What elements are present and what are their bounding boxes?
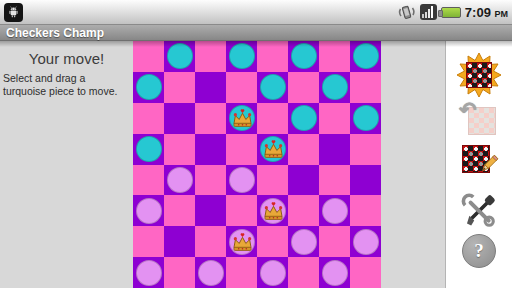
square-h1 [350,257,381,288]
violet-man[interactable] [229,167,255,193]
square-a3[interactable] [133,195,164,226]
turn-instructions: Select and drag a turquoise piece to mov… [3,72,123,98]
turquoise-man[interactable] [136,136,162,162]
settings-button[interactable] [461,193,497,229]
signal-strength-icon [420,4,437,20]
turquoise-man[interactable] [353,43,379,69]
square-d3 [226,195,257,226]
square-d2[interactable] [226,226,257,257]
violet-king[interactable] [260,198,286,224]
violet-man[interactable] [260,260,286,286]
square-h6[interactable] [350,103,381,134]
square-b8[interactable] [164,41,195,72]
tools-icon [461,193,497,229]
square-h4[interactable] [350,165,381,196]
edit-board-button[interactable] [461,140,497,176]
square-f4[interactable] [288,165,319,196]
square-c4 [195,165,226,196]
violet-man[interactable] [291,229,317,255]
square-e4 [257,165,288,196]
square-g3[interactable] [319,195,350,226]
square-g8 [319,41,350,72]
square-f3 [288,195,319,226]
question-mark-glyph: ? [474,240,484,262]
pencil-icon [478,153,500,175]
status-bar-right: 7:09 PM [397,4,508,21]
turquoise-king[interactable] [229,105,255,131]
turquoise-man[interactable] [353,105,379,131]
violet-king[interactable] [229,229,255,255]
square-b4[interactable] [164,165,195,196]
usb-debug-icon [4,3,23,22]
clock-time: 7:09 [465,5,491,20]
turquoise-king[interactable] [260,136,286,162]
square-c7[interactable] [195,72,226,103]
square-e7[interactable] [257,72,288,103]
violet-man[interactable] [198,260,224,286]
square-g6 [319,103,350,134]
turquoise-man[interactable] [229,43,255,69]
square-g2 [319,226,350,257]
square-b2[interactable] [164,226,195,257]
content-area: Your move! Select and drag a turquoise p… [0,41,512,288]
square-c6 [195,103,226,134]
square-f2[interactable] [288,226,319,257]
violet-man[interactable] [322,260,348,286]
clock-meridiem: PM [495,9,509,19]
square-e5[interactable] [257,134,288,165]
new-game-checkerboard-icon [466,62,492,88]
square-f6[interactable] [288,103,319,134]
square-h8[interactable] [350,41,381,72]
square-b7 [164,72,195,103]
square-c2 [195,226,226,257]
violet-man[interactable] [322,198,348,224]
square-b5 [164,134,195,165]
square-g5[interactable] [319,134,350,165]
undo-arrow-icon: ↶ [459,98,477,122]
square-h7 [350,72,381,103]
board [133,41,381,288]
square-a6 [133,103,164,134]
square-f5 [288,134,319,165]
square-h2[interactable] [350,226,381,257]
status-bar: 7:09 PM [0,0,512,25]
turquoise-man[interactable] [167,43,193,69]
square-c3[interactable] [195,195,226,226]
square-b6[interactable] [164,103,195,134]
square-d5 [226,134,257,165]
android-robot-icon [6,5,21,20]
vibrate-icon [397,4,416,21]
violet-man[interactable] [136,260,162,286]
square-d6[interactable] [226,103,257,134]
square-e1[interactable] [257,257,288,288]
turn-heading: Your move! [0,50,133,67]
square-d4[interactable] [226,165,257,196]
square-d8[interactable] [226,41,257,72]
app-title: Checkers Champ [6,26,104,40]
square-f8[interactable] [288,41,319,72]
square-c5[interactable] [195,134,226,165]
square-g4 [319,165,350,196]
help-button[interactable]: ? [462,234,496,268]
square-d1 [226,257,257,288]
square-a2 [133,226,164,257]
battery-icon [441,7,461,18]
square-e6 [257,103,288,134]
title-bar: Checkers Champ [0,25,512,41]
status-bar-clock: 7:09 PM [465,5,508,20]
turquoise-man[interactable] [291,43,317,69]
square-a1[interactable] [133,257,164,288]
square-d7 [226,72,257,103]
square-e3[interactable] [257,195,288,226]
square-e8 [257,41,288,72]
square-f7 [288,72,319,103]
square-g1[interactable] [319,257,350,288]
square-a5[interactable] [133,134,164,165]
square-a4 [133,165,164,196]
square-f1 [288,257,319,288]
square-c8 [195,41,226,72]
square-b1 [164,257,195,288]
turquoise-man[interactable] [260,74,286,100]
violet-man[interactable] [167,167,193,193]
board-right-margin [381,41,445,288]
square-a8 [133,41,164,72]
new-game-button[interactable] [457,53,501,97]
square-b3 [164,195,195,226]
square-h5 [350,134,381,165]
undo-button[interactable]: ↶ [462,104,496,138]
violet-man[interactable] [353,229,379,255]
square-a7[interactable] [133,72,164,103]
square-c1[interactable] [195,257,226,288]
turquoise-man[interactable] [322,74,348,100]
square-h3 [350,195,381,226]
violet-man[interactable] [136,198,162,224]
square-g7[interactable] [319,72,350,103]
message-panel: Your move! Select and drag a turquoise p… [0,41,133,288]
square-e2 [257,226,288,257]
checkers-champ-screen: 7:09 PM Checkers Champ Your move! Select… [0,0,512,288]
turquoise-man[interactable] [291,105,317,131]
turquoise-man[interactable] [136,74,162,100]
sidebar: ↶ [445,41,512,288]
